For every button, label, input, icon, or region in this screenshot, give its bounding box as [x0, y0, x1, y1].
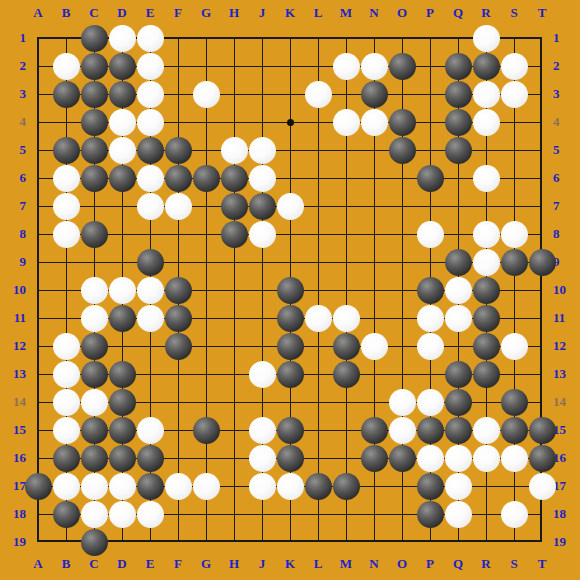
row-label: 6: [553, 168, 579, 188]
column-label: M: [332, 554, 360, 574]
column-label: D: [108, 554, 136, 574]
white-stone-E1[interactable]: [137, 25, 164, 52]
white-stone-N4[interactable]: [361, 109, 388, 136]
white-stone-P11[interactable]: [417, 305, 444, 332]
black-stone-K11[interactable]: [277, 305, 304, 332]
black-stone-R12[interactable]: [473, 333, 500, 360]
black-stone-O5[interactable]: [389, 137, 416, 164]
row-label: 17: [0, 476, 26, 496]
white-stone-J6[interactable]: [249, 165, 276, 192]
black-stone-D6[interactable]: [109, 165, 136, 192]
black-stone-R10[interactable]: [473, 277, 500, 304]
white-stone-P16[interactable]: [417, 445, 444, 472]
white-stone-J17[interactable]: [249, 473, 276, 500]
row-label: 11: [553, 308, 579, 328]
white-stone-S18[interactable]: [501, 501, 528, 528]
white-stone-D4[interactable]: [109, 109, 136, 136]
black-stone-A17[interactable]: [25, 473, 52, 500]
row-label: 13: [553, 364, 579, 384]
column-label: K: [276, 554, 304, 574]
row-label: 14: [0, 392, 26, 412]
row-label: 16: [553, 448, 579, 468]
white-stone-M2[interactable]: [333, 53, 360, 80]
go-board-app: AABBCCDDEEFFGGHHJJKKLLMMNNOOPPQQRRSSTT11…: [0, 0, 580, 580]
column-label: F: [164, 554, 192, 574]
black-stone-J7[interactable]: [249, 193, 276, 220]
column-label: B: [52, 3, 80, 23]
white-stone-C14[interactable]: [81, 389, 108, 416]
black-stone-H7[interactable]: [221, 193, 248, 220]
white-stone-S8[interactable]: [501, 221, 528, 248]
row-label: 9: [553, 252, 579, 272]
white-stone-R9[interactable]: [473, 249, 500, 276]
black-stone-K15[interactable]: [277, 417, 304, 444]
column-label: Q: [444, 3, 472, 23]
white-stone-K7[interactable]: [277, 193, 304, 220]
column-label: T: [528, 3, 556, 23]
column-label: M: [332, 3, 360, 23]
black-stone-Q5[interactable]: [445, 137, 472, 164]
column-label: S: [500, 554, 528, 574]
white-stone-L3[interactable]: [305, 81, 332, 108]
black-stone-C12[interactable]: [81, 333, 108, 360]
black-stone-F6[interactable]: [165, 165, 192, 192]
column-label: E: [136, 3, 164, 23]
white-stone-J16[interactable]: [249, 445, 276, 472]
column-label: T: [528, 554, 556, 574]
row-label: 6: [0, 168, 26, 188]
column-label: A: [24, 3, 52, 23]
black-stone-B3[interactable]: [53, 81, 80, 108]
row-label: 1: [553, 28, 579, 48]
column-label: Q: [444, 554, 472, 574]
column-label: A: [24, 554, 52, 574]
column-label: J: [248, 554, 276, 574]
white-stone-P12[interactable]: [417, 333, 444, 360]
column-label: N: [360, 554, 388, 574]
white-stone-J13[interactable]: [249, 361, 276, 388]
black-stone-M17[interactable]: [333, 473, 360, 500]
row-label: 19: [0, 532, 26, 552]
black-stone-P10[interactable]: [417, 277, 444, 304]
black-stone-Q3[interactable]: [445, 81, 472, 108]
white-stone-H5[interactable]: [221, 137, 248, 164]
black-stone-Q13[interactable]: [445, 361, 472, 388]
row-label: 12: [0, 336, 26, 356]
white-stone-E6[interactable]: [137, 165, 164, 192]
white-stone-L11[interactable]: [305, 305, 332, 332]
black-stone-O4[interactable]: [389, 109, 416, 136]
white-stone-C18[interactable]: [81, 501, 108, 528]
white-stone-S3[interactable]: [501, 81, 528, 108]
black-stone-M12[interactable]: [333, 333, 360, 360]
row-label: 4: [0, 112, 26, 132]
white-stone-Q11[interactable]: [445, 305, 472, 332]
white-stone-B17[interactable]: [53, 473, 80, 500]
white-stone-C10[interactable]: [81, 277, 108, 304]
white-stone-J15[interactable]: [249, 417, 276, 444]
black-stone-D15[interactable]: [109, 417, 136, 444]
column-label: O: [388, 3, 416, 23]
column-label: K: [276, 3, 304, 23]
white-stone-M4[interactable]: [333, 109, 360, 136]
black-stone-S14[interactable]: [501, 389, 528, 416]
black-stone-P18[interactable]: [417, 501, 444, 528]
black-stone-C13[interactable]: [81, 361, 108, 388]
black-stone-O2[interactable]: [389, 53, 416, 80]
column-label: F: [164, 3, 192, 23]
black-stone-D3[interactable]: [109, 81, 136, 108]
row-label: 3: [0, 84, 26, 104]
white-stone-R3[interactable]: [473, 81, 500, 108]
white-stone-E18[interactable]: [137, 501, 164, 528]
black-stone-D11[interactable]: [109, 305, 136, 332]
row-label: 7: [553, 196, 579, 216]
row-label: 16: [0, 448, 26, 468]
white-stone-R1[interactable]: [473, 25, 500, 52]
white-stone-G3[interactable]: [193, 81, 220, 108]
black-stone-D16[interactable]: [109, 445, 136, 472]
black-stone-K12[interactable]: [277, 333, 304, 360]
white-stone-E15[interactable]: [137, 417, 164, 444]
white-stone-Q17[interactable]: [445, 473, 472, 500]
black-stone-C15[interactable]: [81, 417, 108, 444]
black-stone-B16[interactable]: [53, 445, 80, 472]
black-stone-P15[interactable]: [417, 417, 444, 444]
black-stone-N15[interactable]: [361, 417, 388, 444]
row-label: 4: [553, 112, 579, 132]
white-stone-R16[interactable]: [473, 445, 500, 472]
row-label: 18: [0, 504, 26, 524]
black-stone-M13[interactable]: [333, 361, 360, 388]
black-stone-D13[interactable]: [109, 361, 136, 388]
white-stone-F7[interactable]: [165, 193, 192, 220]
black-stone-T15[interactable]: [529, 417, 556, 444]
black-stone-C4[interactable]: [81, 109, 108, 136]
white-stone-Q10[interactable]: [445, 277, 472, 304]
white-stone-E7[interactable]: [137, 193, 164, 220]
column-label: L: [304, 554, 332, 574]
white-stone-D17[interactable]: [109, 473, 136, 500]
row-label: 13: [0, 364, 26, 384]
black-stone-F10[interactable]: [165, 277, 192, 304]
black-stone-Q14[interactable]: [445, 389, 472, 416]
black-stone-T9[interactable]: [529, 249, 556, 276]
black-stone-C3[interactable]: [81, 81, 108, 108]
white-stone-C17[interactable]: [81, 473, 108, 500]
column-label: P: [416, 3, 444, 23]
column-label: J: [248, 3, 276, 23]
row-label: 10: [0, 280, 26, 300]
white-stone-P14[interactable]: [417, 389, 444, 416]
white-stone-B14[interactable]: [53, 389, 80, 416]
column-label: L: [304, 3, 332, 23]
white-stone-B6[interactable]: [53, 165, 80, 192]
row-label: 10: [553, 280, 579, 300]
white-stone-B2[interactable]: [53, 53, 80, 80]
row-label: 8: [0, 224, 26, 244]
row-label: 11: [0, 308, 26, 328]
white-stone-D1[interactable]: [109, 25, 136, 52]
black-stone-E5[interactable]: [137, 137, 164, 164]
column-label: B: [52, 554, 80, 574]
black-stone-E16[interactable]: [137, 445, 164, 472]
black-stone-D2[interactable]: [109, 53, 136, 80]
column-label: P: [416, 554, 444, 574]
row-label: 14: [553, 392, 579, 412]
white-stone-M11[interactable]: [333, 305, 360, 332]
row-label: 7: [0, 196, 26, 216]
black-stone-O16[interactable]: [389, 445, 416, 472]
black-stone-C6[interactable]: [81, 165, 108, 192]
white-stone-R4[interactable]: [473, 109, 500, 136]
column-label: D: [108, 3, 136, 23]
black-stone-H8[interactable]: [221, 221, 248, 248]
black-stone-S15[interactable]: [501, 417, 528, 444]
white-stone-R15[interactable]: [473, 417, 500, 444]
white-stone-D10[interactable]: [109, 277, 136, 304]
black-stone-R13[interactable]: [473, 361, 500, 388]
black-stone-S9[interactable]: [501, 249, 528, 276]
row-label: 8: [553, 224, 579, 244]
column-label: G: [192, 3, 220, 23]
black-stone-K13[interactable]: [277, 361, 304, 388]
white-stone-B13[interactable]: [53, 361, 80, 388]
black-stone-G15[interactable]: [193, 417, 220, 444]
row-label: 5: [553, 140, 579, 160]
white-stone-D5[interactable]: [109, 137, 136, 164]
white-stone-B15[interactable]: [53, 417, 80, 444]
white-stone-C11[interactable]: [81, 305, 108, 332]
row-label: 3: [553, 84, 579, 104]
white-stone-N2[interactable]: [361, 53, 388, 80]
go-board[interactable]: [24, 24, 556, 556]
column-label: E: [136, 554, 164, 574]
white-stone-K17[interactable]: [277, 473, 304, 500]
black-stone-Q4[interactable]: [445, 109, 472, 136]
row-label: 18: [553, 504, 579, 524]
black-stone-P17[interactable]: [417, 473, 444, 500]
black-stone-L17[interactable]: [305, 473, 332, 500]
white-stone-E3[interactable]: [137, 81, 164, 108]
black-stone-F5[interactable]: [165, 137, 192, 164]
black-stone-K16[interactable]: [277, 445, 304, 472]
column-label: G: [192, 554, 220, 574]
column-label: N: [360, 3, 388, 23]
white-stone-B12[interactable]: [53, 333, 80, 360]
row-label: 5: [0, 140, 26, 160]
column-label: H: [220, 3, 248, 23]
row-label: 15: [553, 420, 579, 440]
white-stone-G17[interactable]: [193, 473, 220, 500]
white-stone-S12[interactable]: [501, 333, 528, 360]
black-stone-T16[interactable]: [529, 445, 556, 472]
row-label: 2: [0, 56, 26, 76]
black-stone-Q9[interactable]: [445, 249, 472, 276]
white-stone-J5[interactable]: [249, 137, 276, 164]
white-stone-J8[interactable]: [249, 221, 276, 248]
white-stone-T17[interactable]: [529, 473, 556, 500]
black-stone-K10[interactable]: [277, 277, 304, 304]
column-label: H: [220, 554, 248, 574]
black-stone-C1[interactable]: [81, 25, 108, 52]
row-label: 15: [0, 420, 26, 440]
column-label: R: [472, 554, 500, 574]
black-stone-P6[interactable]: [417, 165, 444, 192]
black-stone-C2[interactable]: [81, 53, 108, 80]
column-label: C: [80, 554, 108, 574]
white-stone-D18[interactable]: [109, 501, 136, 528]
black-stone-N16[interactable]: [361, 445, 388, 472]
black-stone-C5[interactable]: [81, 137, 108, 164]
black-stone-Q2[interactable]: [445, 53, 472, 80]
white-stone-S2[interactable]: [501, 53, 528, 80]
row-label: 17: [553, 476, 579, 496]
column-label: O: [388, 554, 416, 574]
row-label: 19: [553, 532, 579, 552]
row-label: 1: [0, 28, 26, 48]
black-stone-R11[interactable]: [473, 305, 500, 332]
white-stone-B8[interactable]: [53, 221, 80, 248]
black-stone-F12[interactable]: [165, 333, 192, 360]
white-stone-R6[interactable]: [473, 165, 500, 192]
black-stone-C8[interactable]: [81, 221, 108, 248]
white-stone-P8[interactable]: [417, 221, 444, 248]
black-stone-Q15[interactable]: [445, 417, 472, 444]
black-stone-E9[interactable]: [137, 249, 164, 276]
white-stone-F17[interactable]: [165, 473, 192, 500]
white-stone-O15[interactable]: [389, 417, 416, 444]
white-stone-S16[interactable]: [501, 445, 528, 472]
white-stone-B7[interactable]: [53, 193, 80, 220]
row-label: 12: [553, 336, 579, 356]
white-stone-Q18[interactable]: [445, 501, 472, 528]
column-label: C: [80, 3, 108, 23]
black-stone-E17[interactable]: [137, 473, 164, 500]
black-stone-C16[interactable]: [81, 445, 108, 472]
white-stone-N12[interactable]: [361, 333, 388, 360]
black-stone-G6[interactable]: [193, 165, 220, 192]
row-label: 9: [0, 252, 26, 272]
column-label: R: [472, 3, 500, 23]
black-stone-B5[interactable]: [53, 137, 80, 164]
black-stone-H6[interactable]: [221, 165, 248, 192]
white-stone-Q16[interactable]: [445, 445, 472, 472]
black-stone-N3[interactable]: [361, 81, 388, 108]
column-label: S: [500, 3, 528, 23]
white-stone-E2[interactable]: [137, 53, 164, 80]
black-stone-D14[interactable]: [109, 389, 136, 416]
black-stone-F11[interactable]: [165, 305, 192, 332]
black-stone-R2[interactable]: [473, 53, 500, 80]
white-stone-R8[interactable]: [473, 221, 500, 248]
row-label: 2: [553, 56, 579, 76]
white-stone-E10[interactable]: [137, 277, 164, 304]
white-stone-O14[interactable]: [389, 389, 416, 416]
black-stone-C19[interactable]: [81, 529, 108, 556]
white-stone-E4[interactable]: [137, 109, 164, 136]
white-stone-E11[interactable]: [137, 305, 164, 332]
black-stone-B18[interactable]: [53, 501, 80, 528]
